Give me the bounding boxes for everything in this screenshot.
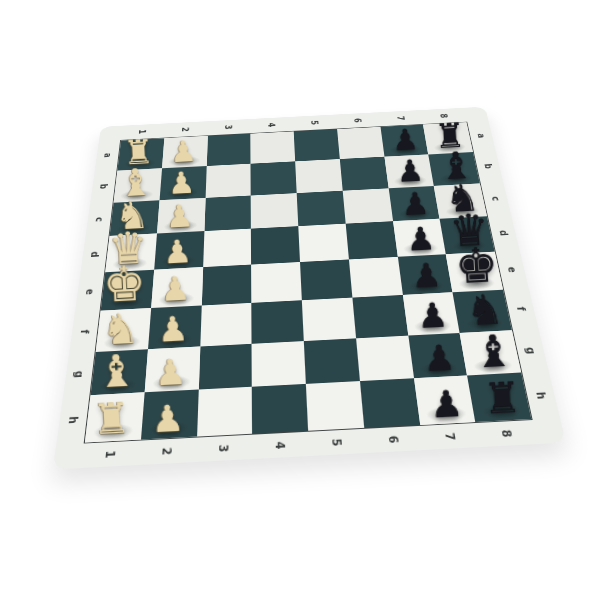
- coordinate-label-top-4: 4: [261, 110, 283, 140]
- square-c3: [204, 195, 251, 231]
- piece-white-pawn: ♟: [151, 400, 185, 437]
- square-f6: [352, 295, 408, 338]
- piece-black-pawn: ♟: [391, 126, 419, 155]
- piece-black-knight: ♞: [465, 289, 505, 331]
- piece-white-rook: ♜: [92, 398, 132, 440]
- piece-black-pawn: ♟: [396, 156, 424, 186]
- piece-white-bishop: ♝: [96, 349, 137, 393]
- coordinate-label-top-6: 6: [346, 106, 370, 136]
- piece-black-pawn: ♟: [429, 386, 464, 423]
- piece-black-pawn: ♟: [422, 341, 456, 376]
- square-d5: [298, 224, 348, 262]
- chess-board-mat: ♜♟♟♜♝♟♟♝♞♟♟♞♛♟♟♛♚♟♟♚♞♟♟♞♝♟♟♝♜♟♟♜ 1234567…: [53, 107, 566, 470]
- square-g1: ♝: [91, 349, 148, 396]
- square-c4: [251, 193, 298, 229]
- square-d7: ♟: [393, 219, 446, 257]
- chess-set-product-photo: ♜♟♟♜♝♟♟♝♞♟♟♞♛♟♟♛♚♟♟♚♞♟♟♞♝♟♟♝♜♟♟♜ 1234567…: [0, 0, 600, 600]
- coordinate-label-top-5: 5: [303, 108, 326, 138]
- square-h7: ♟: [414, 376, 476, 425]
- piece-white-pawn: ♟: [168, 168, 196, 198]
- piece-white-knight: ♞: [102, 308, 141, 350]
- square-c2: ♟: [157, 198, 205, 234]
- square-e3: [201, 265, 251, 306]
- square-g3: [198, 343, 252, 389]
- square-c7: ♟: [388, 186, 440, 222]
- coordinate-label-bottom-5: 5: [322, 417, 353, 468]
- square-e7: ♟: [397, 254, 452, 294]
- square-g8: ♝: [460, 330, 521, 376]
- square-b5: [295, 159, 342, 193]
- square-g5: [304, 338, 360, 384]
- piece-black-pawn: ♟: [401, 189, 430, 220]
- perspective-scene: ♜♟♟♜♝♟♟♝♞♟♟♞♛♟♟♛♚♟♟♚♞♟♟♞♝♟♟♝♜♟♟♜ 1234567…: [0, 0, 600, 600]
- square-c6: [342, 188, 392, 224]
- square-e5: [300, 259, 352, 300]
- coordinate-label-bottom-3: 3: [209, 423, 238, 474]
- square-f5: [302, 297, 356, 340]
- square-h2: ♟: [141, 390, 198, 440]
- square-g6: [356, 335, 414, 381]
- square-g7: ♟: [408, 332, 468, 378]
- square-d2: ♟: [154, 231, 204, 269]
- square-b3: [205, 164, 251, 198]
- piece-white-pawn: ♟: [157, 312, 189, 346]
- square-e2: ♟: [151, 267, 203, 308]
- square-b7: ♟: [384, 154, 434, 188]
- square-c5: [297, 190, 346, 226]
- square-f7: ♟: [402, 292, 459, 335]
- piece-black-pawn: ♟: [405, 223, 435, 255]
- coordinate-label-top-3: 3: [218, 112, 240, 142]
- piece-white-pawn: ♟: [165, 201, 194, 232]
- piece-black-bishop: ♝: [472, 329, 514, 373]
- square-f3: [200, 303, 252, 346]
- piece-white-pawn: ♟: [163, 236, 193, 268]
- square-h1: ♜: [85, 393, 144, 443]
- square-b4: [251, 161, 297, 195]
- square-a2: ♟: [162, 136, 208, 168]
- piece-black-pawn: ♟: [416, 299, 448, 333]
- square-d4: [251, 226, 300, 264]
- square-e6: [349, 257, 403, 297]
- square-f4: [252, 300, 304, 343]
- square-b6: [340, 157, 389, 191]
- piece-white-pawn: ♟: [170, 137, 197, 166]
- square-g2: ♟: [144, 346, 199, 392]
- piece-black-rook: ♜: [482, 377, 522, 419]
- square-g4: [252, 341, 306, 387]
- chess-board: ♜♟♟♜♝♟♟♝♞♟♟♞♛♟♟♛♚♟♟♚♞♟♟♞♝♟♟♝♜♟♟♜: [84, 122, 533, 444]
- piece-black-pawn: ♟: [411, 260, 442, 293]
- piece-white-king: ♚: [103, 261, 148, 308]
- square-b2: ♟: [159, 166, 206, 200]
- square-d3: [203, 229, 252, 267]
- piece-white-pawn: ♟: [154, 355, 187, 390]
- piece-black-king: ♚: [454, 243, 499, 290]
- square-f2: ♟: [148, 305, 201, 349]
- square-e4: [251, 262, 302, 303]
- square-d6: [345, 221, 397, 259]
- square-a6: [337, 127, 384, 159]
- piece-white-pawn: ♟: [160, 273, 191, 306]
